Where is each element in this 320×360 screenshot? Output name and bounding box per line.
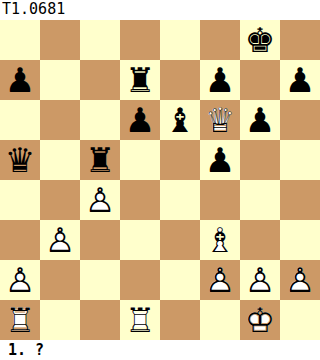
square-a6[interactable] — [0, 100, 40, 140]
black-pawn: ♟ — [200, 140, 240, 180]
square-h6[interactable] — [280, 100, 320, 140]
square-d8[interactable] — [120, 20, 160, 60]
square-e2[interactable] — [160, 260, 200, 300]
square-b1[interactable] — [40, 300, 80, 340]
square-g6[interactable]: ♟ — [240, 100, 280, 140]
square-b2[interactable] — [40, 260, 80, 300]
square-c6[interactable] — [80, 100, 120, 140]
square-f6[interactable]: ♛♕ — [200, 100, 240, 140]
square-f3[interactable]: ♝♗ — [200, 220, 240, 260]
black-rook: ♜ — [120, 60, 160, 100]
white-king-fill: ♚ — [240, 300, 280, 340]
white-queen: ♕ — [200, 100, 240, 140]
white-pawn: ♙ — [0, 260, 40, 300]
square-d3[interactable] — [120, 220, 160, 260]
square-c3[interactable] — [80, 220, 120, 260]
square-c4[interactable]: ♟♙ — [80, 180, 120, 220]
black-rook: ♜ — [80, 140, 120, 180]
square-e7[interactable] — [160, 60, 200, 100]
white-rook-fill: ♜ — [120, 300, 160, 340]
white-pawn: ♙ — [240, 260, 280, 300]
black-queen: ♛ — [0, 140, 40, 180]
white-rook: ♖ — [120, 300, 160, 340]
move-prompt: 1. ? — [0, 340, 320, 360]
square-e8[interactable] — [160, 20, 200, 60]
square-b3[interactable]: ♟♙ — [40, 220, 80, 260]
white-rook-fill: ♜ — [0, 300, 40, 340]
square-e3[interactable] — [160, 220, 200, 260]
square-e4[interactable] — [160, 180, 200, 220]
white-queen-fill: ♛ — [200, 100, 240, 140]
square-g2[interactable]: ♟♙ — [240, 260, 280, 300]
square-h5[interactable] — [280, 140, 320, 180]
square-d7[interactable]: ♜ — [120, 60, 160, 100]
white-bishop-fill: ♝ — [200, 220, 240, 260]
square-g5[interactable] — [240, 140, 280, 180]
square-c5[interactable]: ♜ — [80, 140, 120, 180]
chess-board: ♚♟♜♟♟♟♝♛♕♟♛♜♟♟♙♟♙♝♗♟♙♟♙♟♙♟♙♜♖♜♖♚♔ — [0, 20, 320, 340]
black-king: ♚ — [240, 20, 280, 60]
square-g8[interactable]: ♚ — [240, 20, 280, 60]
white-pawn: ♙ — [280, 260, 320, 300]
black-pawn: ♟ — [120, 100, 160, 140]
black-pawn: ♟ — [0, 60, 40, 100]
square-f7[interactable]: ♟ — [200, 60, 240, 100]
white-pawn: ♙ — [200, 260, 240, 300]
square-f1[interactable] — [200, 300, 240, 340]
square-a5[interactable]: ♛ — [0, 140, 40, 180]
white-pawn-fill: ♟ — [40, 220, 80, 260]
square-a2[interactable]: ♟♙ — [0, 260, 40, 300]
square-e1[interactable] — [160, 300, 200, 340]
square-c1[interactable] — [80, 300, 120, 340]
square-h2[interactable]: ♟♙ — [280, 260, 320, 300]
white-pawn-fill: ♟ — [0, 260, 40, 300]
square-h4[interactable] — [280, 180, 320, 220]
black-pawn: ♟ — [240, 100, 280, 140]
square-d1[interactable]: ♜♖ — [120, 300, 160, 340]
white-bishop: ♗ — [200, 220, 240, 260]
square-f8[interactable] — [200, 20, 240, 60]
square-c2[interactable] — [80, 260, 120, 300]
white-pawn: ♙ — [80, 180, 120, 220]
square-h7[interactable]: ♟ — [280, 60, 320, 100]
square-a3[interactable] — [0, 220, 40, 260]
square-h1[interactable] — [280, 300, 320, 340]
square-h3[interactable] — [280, 220, 320, 260]
square-g1[interactable]: ♚♔ — [240, 300, 280, 340]
square-d2[interactable] — [120, 260, 160, 300]
black-bishop: ♝ — [160, 100, 200, 140]
white-rook: ♖ — [0, 300, 40, 340]
white-pawn-fill: ♟ — [280, 260, 320, 300]
square-b6[interactable] — [40, 100, 80, 140]
square-d6[interactable]: ♟ — [120, 100, 160, 140]
square-a7[interactable]: ♟ — [0, 60, 40, 100]
square-d5[interactable] — [120, 140, 160, 180]
square-b7[interactable] — [40, 60, 80, 100]
white-pawn-fill: ♟ — [240, 260, 280, 300]
square-b4[interactable] — [40, 180, 80, 220]
square-f4[interactable] — [200, 180, 240, 220]
square-b5[interactable] — [40, 140, 80, 180]
puzzle-id: T1.0681 — [0, 0, 320, 20]
square-f2[interactable]: ♟♙ — [200, 260, 240, 300]
white-pawn-fill: ♟ — [80, 180, 120, 220]
square-a8[interactable] — [0, 20, 40, 60]
square-e5[interactable] — [160, 140, 200, 180]
white-king: ♔ — [240, 300, 280, 340]
white-pawn-fill: ♟ — [200, 260, 240, 300]
square-g7[interactable] — [240, 60, 280, 100]
square-g4[interactable] — [240, 180, 280, 220]
square-h8[interactable] — [280, 20, 320, 60]
square-a1[interactable]: ♜♖ — [0, 300, 40, 340]
black-pawn: ♟ — [280, 60, 320, 100]
square-a4[interactable] — [0, 180, 40, 220]
black-pawn: ♟ — [200, 60, 240, 100]
square-e6[interactable]: ♝ — [160, 100, 200, 140]
square-d4[interactable] — [120, 180, 160, 220]
square-b8[interactable] — [40, 20, 80, 60]
square-f5[interactable]: ♟ — [200, 140, 240, 180]
square-g3[interactable] — [240, 220, 280, 260]
square-c7[interactable] — [80, 60, 120, 100]
square-c8[interactable] — [80, 20, 120, 60]
white-pawn: ♙ — [40, 220, 80, 260]
